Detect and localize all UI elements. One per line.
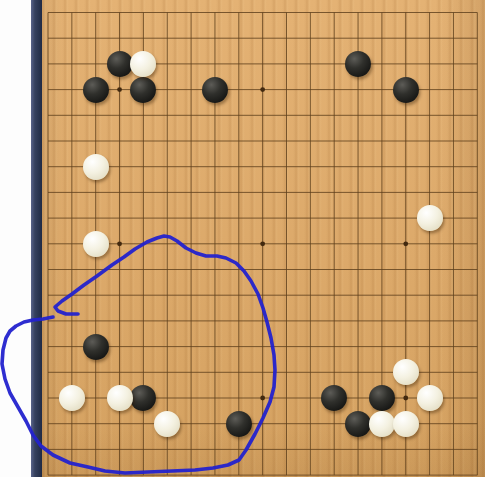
black-stone <box>130 77 156 103</box>
black-stone <box>202 77 228 103</box>
black-stone <box>83 77 109 103</box>
white-stone <box>369 411 395 437</box>
white-stone <box>417 385 443 411</box>
star-point <box>403 396 408 401</box>
black-stone <box>83 334 109 360</box>
star-point <box>260 87 265 92</box>
black-stone <box>226 411 252 437</box>
star-point <box>117 241 122 246</box>
black-stone <box>107 51 133 77</box>
star-point <box>403 241 408 246</box>
white-stone <box>83 231 109 257</box>
white-stone <box>417 205 443 231</box>
white-stone <box>107 385 133 411</box>
go-game-screenshot <box>0 0 485 477</box>
black-stone <box>345 51 371 77</box>
star-point <box>260 396 265 401</box>
star-point <box>117 87 122 92</box>
black-stone <box>369 385 395 411</box>
black-stone <box>393 77 419 103</box>
black-stone <box>345 411 371 437</box>
star-point <box>260 241 265 246</box>
white-stone <box>393 359 419 385</box>
white-stone <box>154 411 180 437</box>
white-stone <box>393 411 419 437</box>
black-stone <box>321 385 347 411</box>
white-stone <box>83 154 109 180</box>
white-stone <box>59 385 85 411</box>
